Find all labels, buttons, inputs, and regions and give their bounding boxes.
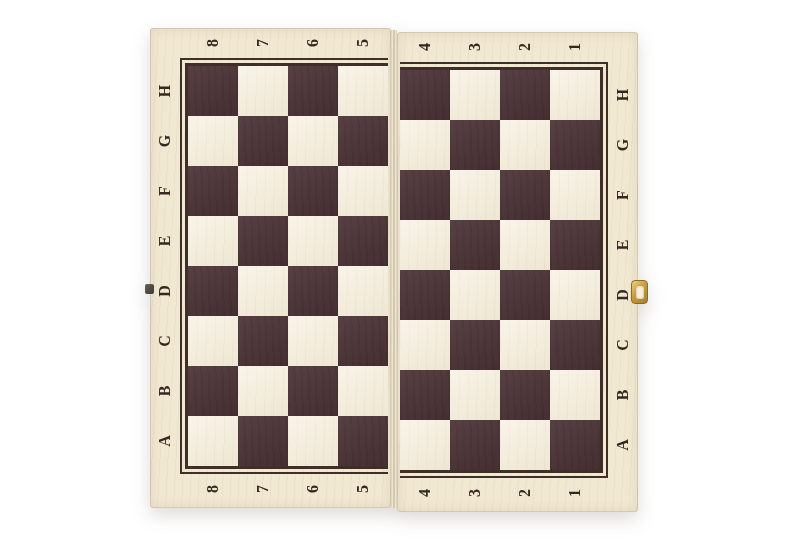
playing-area-left-inner-border [185, 63, 388, 469]
square-a2[interactable] [500, 420, 550, 470]
square-c1[interactable] [550, 320, 600, 370]
square-b8[interactable] [188, 366, 238, 416]
file-label-right-f: F [598, 180, 648, 210]
square-g8[interactable] [188, 116, 238, 166]
square-e4[interactable] [400, 220, 450, 270]
file-label-right-b: B [598, 380, 648, 410]
playing-area-right-inner-border [400, 67, 603, 473]
square-b4[interactable] [400, 370, 450, 420]
square-a4[interactable] [400, 420, 450, 470]
square-d7[interactable] [238, 266, 288, 316]
square-h3[interactable] [450, 70, 500, 120]
square-a5[interactable] [338, 416, 388, 466]
rank-label-bottom-1: 1 [560, 468, 590, 518]
square-b6[interactable] [288, 366, 338, 416]
square-c6[interactable] [288, 316, 338, 366]
square-d1[interactable] [550, 270, 600, 320]
square-h5[interactable] [338, 66, 388, 116]
square-g1[interactable] [550, 120, 600, 170]
squares-grid-left [188, 66, 388, 466]
square-c5[interactable] [338, 316, 388, 366]
square-f3[interactable] [450, 170, 500, 220]
square-g3[interactable] [450, 120, 500, 170]
square-f8[interactable] [188, 166, 238, 216]
square-f7[interactable] [238, 166, 288, 216]
board-right-half: 4321 HGFEDCBA 4321 [397, 32, 638, 512]
rank-label-top-3: 3 [460, 22, 490, 72]
rank-labels-bottom-right: 4321 [397, 478, 608, 508]
rank-label-bottom-6: 6 [298, 464, 328, 514]
file-label-right-g: G [598, 130, 648, 160]
square-d3[interactable] [450, 270, 500, 320]
square-g7[interactable] [238, 116, 288, 166]
file-label-left-b: B [140, 376, 190, 406]
clasp-latch-hole [636, 286, 644, 299]
square-b2[interactable] [500, 370, 550, 420]
square-c3[interactable] [450, 320, 500, 370]
photo-background: 8765 HGFEDCBA 8765 4321 HGFEDCBA 4321 [0, 0, 788, 553]
square-e5[interactable] [338, 216, 388, 266]
rank-label-bottom-8: 8 [198, 464, 228, 514]
square-c8[interactable] [188, 316, 238, 366]
rank-label-top-4: 4 [410, 22, 440, 72]
square-f6[interactable] [288, 166, 338, 216]
rank-labels-bottom-left: 8765 [180, 474, 391, 504]
square-b5[interactable] [338, 366, 388, 416]
playing-area-left-border [180, 58, 388, 474]
file-label-left-c: C [140, 326, 190, 356]
square-a7[interactable] [238, 416, 288, 466]
square-e2[interactable] [500, 220, 550, 270]
square-g5[interactable] [338, 116, 388, 166]
square-b3[interactable] [450, 370, 500, 420]
square-e8[interactable] [188, 216, 238, 266]
file-label-left-f: F [140, 176, 190, 206]
rank-label-bottom-3: 3 [460, 468, 490, 518]
file-label-left-h: H [140, 76, 190, 106]
rank-label-top-7: 7 [248, 18, 278, 68]
file-label-right-h: H [598, 80, 648, 110]
square-d4[interactable] [400, 270, 450, 320]
rank-label-bottom-5: 5 [348, 464, 378, 514]
square-b7[interactable] [238, 366, 288, 416]
square-f2[interactable] [500, 170, 550, 220]
rank-labels-top-right: 4321 [397, 32, 608, 62]
file-label-right-c: C [598, 330, 648, 360]
square-g2[interactable] [500, 120, 550, 170]
file-label-left-a: A [140, 426, 190, 456]
square-g4[interactable] [400, 120, 450, 170]
square-a3[interactable] [450, 420, 500, 470]
square-c2[interactable] [500, 320, 550, 370]
file-label-right-e: E [598, 230, 648, 260]
file-label-right-a: A [598, 430, 648, 460]
square-e6[interactable] [288, 216, 338, 266]
square-d5[interactable] [338, 266, 388, 316]
square-b1[interactable] [550, 370, 600, 420]
hinge-tab [145, 284, 154, 294]
square-h6[interactable] [288, 66, 338, 116]
square-a8[interactable] [188, 416, 238, 466]
rank-label-bottom-4: 4 [410, 468, 440, 518]
clasp-latch [631, 280, 648, 304]
square-f5[interactable] [338, 166, 388, 216]
square-c4[interactable] [400, 320, 450, 370]
file-labels-right: HGFEDCBA [608, 62, 638, 478]
rank-labels-top-left: 8765 [180, 28, 391, 58]
file-label-left-g: G [140, 126, 190, 156]
rank-label-top-8: 8 [198, 18, 228, 68]
square-a6[interactable] [288, 416, 338, 466]
square-h2[interactable] [500, 70, 550, 120]
rank-label-bottom-7: 7 [248, 464, 278, 514]
square-d6[interactable] [288, 266, 338, 316]
square-h7[interactable] [238, 66, 288, 116]
squares-grid-right [400, 70, 600, 470]
square-f1[interactable] [550, 170, 600, 220]
square-f4[interactable] [400, 170, 450, 220]
square-a1[interactable] [550, 420, 600, 470]
square-h1[interactable] [550, 70, 600, 120]
square-e3[interactable] [450, 220, 500, 270]
rank-label-top-2: 2 [510, 22, 540, 72]
square-e7[interactable] [238, 216, 288, 266]
file-label-left-e: E [140, 226, 190, 256]
square-d8[interactable] [188, 266, 238, 316]
square-h8[interactable] [188, 66, 238, 116]
playing-area-right-border [400, 62, 608, 478]
file-labels-left: HGFEDCBA [150, 58, 180, 474]
board-left-half: 8765 HGFEDCBA 8765 [150, 28, 391, 508]
square-g6[interactable] [288, 116, 338, 166]
rank-label-bottom-2: 2 [510, 468, 540, 518]
square-d2[interactable] [500, 270, 550, 320]
folding-chessboard: 8765 HGFEDCBA 8765 4321 HGFEDCBA 4321 [150, 28, 638, 508]
square-h4[interactable] [400, 70, 450, 120]
rank-label-top-1: 1 [560, 22, 590, 72]
rank-label-top-6: 6 [298, 18, 328, 68]
rank-label-top-5: 5 [348, 18, 378, 68]
square-e1[interactable] [550, 220, 600, 270]
square-c7[interactable] [238, 316, 288, 366]
